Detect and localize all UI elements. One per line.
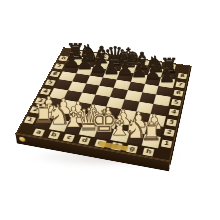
- file-label-d: d: [79, 136, 91, 144]
- chess-board: abcdefgh8877665544332211abcdefgh: [15, 47, 191, 161]
- file-label-h: h: [167, 63, 177, 69]
- file-label-d: d: [113, 56, 123, 62]
- file-label-e: e: [126, 58, 136, 64]
- product-photo-canvas: abcdefgh8877665544332211abcdefgh ♜♞♝♛♚♟♝…: [0, 0, 220, 220]
- rank-label-6: 6: [173, 90, 183, 97]
- rank-label-8: 8: [178, 73, 188, 79]
- rank-label-4: 4: [169, 109, 180, 117]
- file-label-a: a: [32, 128, 45, 136]
- rank-label-5: 5: [171, 99, 181, 106]
- rank-label-2: 2: [164, 129, 175, 137]
- file-label-c: c: [100, 54, 110, 60]
- board-perspective-wrap: abcdefgh8877665544332211abcdefgh: [38, 25, 182, 169]
- file-label-h: h: [143, 148, 155, 157]
- file-label-b: b: [87, 52, 97, 58]
- file-label-b: b: [48, 131, 60, 139]
- file-label-g: g: [153, 62, 163, 68]
- brass-clasp-icon: [19, 136, 26, 142]
- file-label-f: f: [139, 60, 149, 66]
- rank-label-3: 3: [166, 118, 177, 126]
- file-label-c: c: [63, 134, 75, 142]
- file-label-a: a: [74, 50, 84, 56]
- rank-label-1: 1: [161, 140, 172, 149]
- rank-label-7: 7: [175, 81, 185, 88]
